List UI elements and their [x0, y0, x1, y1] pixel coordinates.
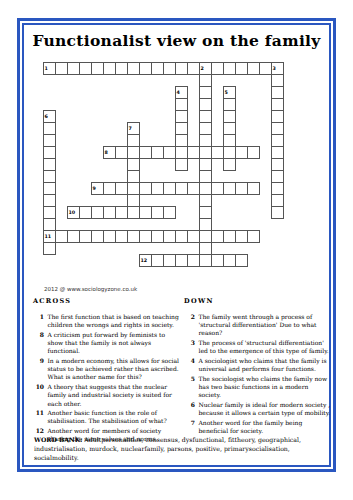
- empty-cell: [80, 123, 92, 135]
- grid-cell[interactable]: [224, 255, 236, 267]
- empty-cell: [176, 195, 188, 207]
- grid-cell[interactable]: [92, 231, 104, 243]
- grid-cell[interactable]: [272, 87, 284, 99]
- grid-cell[interactable]: [200, 87, 212, 99]
- grid-cell[interactable]: [176, 231, 188, 243]
- grid-cell[interactable]: [188, 183, 200, 195]
- empty-cell: [260, 219, 272, 231]
- empty-cell: [248, 111, 260, 123]
- empty-cell: [104, 99, 116, 111]
- empty-cell: [152, 111, 164, 123]
- empty-cell: [92, 195, 104, 207]
- empty-cell: [92, 111, 104, 123]
- grid-cell[interactable]: [164, 207, 176, 219]
- grid-cell[interactable]: 2: [200, 63, 212, 75]
- empty-cell: [68, 171, 80, 183]
- empty-cell: [80, 183, 92, 195]
- empty-cell: [212, 243, 224, 255]
- empty-cell: [164, 111, 176, 123]
- grid-cell[interactable]: [236, 255, 248, 267]
- grid-cell[interactable]: [44, 123, 56, 135]
- grid-cell[interactable]: [200, 159, 212, 171]
- worksheet-page: Functionalist view on the family 1234567…: [22, 23, 331, 467]
- copyright-text: 2012 @ www.sociologyzone.co.uk: [44, 286, 137, 292]
- clue-number-label: 7: [184, 419, 195, 435]
- grid-cell[interactable]: [152, 183, 164, 195]
- grid-cell[interactable]: [140, 183, 152, 195]
- empty-cell: [152, 99, 164, 111]
- empty-cell: [116, 159, 128, 171]
- empty-cell: [260, 159, 272, 171]
- empty-cell: [164, 195, 176, 207]
- empty-cell: [68, 75, 80, 87]
- grid-cell[interactable]: [212, 255, 224, 267]
- grid-cell[interactable]: [176, 183, 188, 195]
- empty-cell: [92, 75, 104, 87]
- word-bank: WORD BANK: Adultpersonalities, consensus…: [34, 435, 331, 462]
- grid-cell[interactable]: [200, 231, 212, 243]
- empty-cell: [92, 171, 104, 183]
- grid-cell[interactable]: [272, 159, 284, 171]
- grid-cell[interactable]: [224, 159, 236, 171]
- empty-cell: [128, 255, 140, 267]
- empty-cell: [68, 195, 80, 207]
- empty-cell: [236, 195, 248, 207]
- grid-cell[interactable]: [128, 135, 140, 147]
- grid-cell[interactable]: [128, 207, 140, 219]
- grid-cell[interactable]: [224, 183, 236, 195]
- empty-cell: [152, 123, 164, 135]
- grid-cell[interactable]: [44, 171, 56, 183]
- empty-cell: [176, 207, 188, 219]
- empty-cell: [140, 99, 152, 111]
- grid-cell[interactable]: [200, 147, 212, 159]
- grid-cell[interactable]: [140, 207, 152, 219]
- grid-cell[interactable]: [92, 63, 104, 75]
- empty-cell: [80, 111, 92, 123]
- empty-cell: [260, 207, 272, 219]
- down-clues: DOWN 2The family went through a process …: [184, 297, 331, 445]
- grid-cell[interactable]: [200, 75, 212, 87]
- grid-cell[interactable]: 11: [44, 231, 56, 243]
- grid-cell[interactable]: [200, 183, 212, 195]
- grid-cell[interactable]: [128, 147, 140, 159]
- clue-number-label: 6: [184, 401, 195, 417]
- grid-cell[interactable]: [260, 63, 272, 75]
- empty-cell: [56, 99, 68, 111]
- grid-cell[interactable]: [44, 219, 56, 231]
- empty-cell: [128, 243, 140, 255]
- grid-cell[interactable]: [44, 195, 56, 207]
- clue-text: Another basic function is the role of st…: [48, 409, 181, 425]
- grid-cell[interactable]: [164, 231, 176, 243]
- empty-cell: [164, 75, 176, 87]
- grid-cell[interactable]: [56, 63, 68, 75]
- empty-cell: [152, 135, 164, 147]
- empty-cell: [140, 111, 152, 123]
- grid-cell[interactable]: [212, 183, 224, 195]
- grid-cell[interactable]: [176, 147, 188, 159]
- empty-cell: [68, 123, 80, 135]
- grid-cell[interactable]: [164, 255, 176, 267]
- empty-cell: [116, 111, 128, 123]
- empty-cell: [140, 135, 152, 147]
- grid-cell[interactable]: [128, 195, 140, 207]
- empty-cell: [140, 195, 152, 207]
- grid-cell[interactable]: [128, 231, 140, 243]
- clue-number-label: 11: [33, 409, 44, 425]
- grid-cell[interactable]: 1: [44, 63, 56, 75]
- empty-cell: [188, 87, 200, 99]
- grid-cell[interactable]: [80, 231, 92, 243]
- empty-cell: [104, 195, 116, 207]
- clue-text: In a modern economy, this allows for soc…: [48, 357, 181, 382]
- empty-cell: [260, 243, 272, 255]
- empty-cell: [212, 195, 224, 207]
- grid-cell[interactable]: [176, 255, 188, 267]
- grid-cell[interactable]: [128, 171, 140, 183]
- grid-cell[interactable]: [224, 111, 236, 123]
- empty-cell: [260, 231, 272, 243]
- grid-cell[interactable]: [104, 183, 116, 195]
- empty-cell: [56, 219, 68, 231]
- grid-cell[interactable]: 3: [272, 63, 284, 75]
- empty-cell: [140, 159, 152, 171]
- grid-cell[interactable]: [200, 219, 212, 231]
- grid-cell[interactable]: [200, 171, 212, 183]
- empty-cell: [80, 171, 92, 183]
- empty-cell: [188, 243, 200, 255]
- empty-cell: [104, 111, 116, 123]
- grid-cell[interactable]: [152, 255, 164, 267]
- empty-cell: [212, 135, 224, 147]
- empty-cell: [188, 111, 200, 123]
- empty-cell: [272, 255, 284, 267]
- empty-cell: [68, 255, 80, 267]
- empty-cell: [104, 159, 116, 171]
- word-bank-label: WORD BANK:: [34, 436, 82, 443]
- empty-cell: [224, 207, 236, 219]
- empty-cell: [128, 111, 140, 123]
- empty-cell: [56, 195, 68, 207]
- empty-cell: [164, 135, 176, 147]
- empty-cell: [224, 243, 236, 255]
- grid-cell[interactable]: [128, 159, 140, 171]
- grid-cell[interactable]: [164, 147, 176, 159]
- crossword-grid: 123456789101112: [43, 62, 284, 267]
- empty-cell: [260, 255, 272, 267]
- empty-cell: [176, 243, 188, 255]
- clue-across-1: 1The first function that is based on tea…: [33, 313, 180, 329]
- empty-cell: [56, 123, 68, 135]
- empty-cell: [56, 147, 68, 159]
- grid-cell[interactable]: [68, 63, 80, 75]
- grid-cell[interactable]: [68, 231, 80, 243]
- grid-cell[interactable]: [236, 231, 248, 243]
- clue-number-label: 8: [33, 331, 44, 356]
- empty-cell: [260, 75, 272, 87]
- empty-cell: [116, 243, 128, 255]
- empty-cell: [128, 87, 140, 99]
- grid-cell[interactable]: [152, 63, 164, 75]
- grid-cell[interactable]: [140, 231, 152, 243]
- grid-cell[interactable]: [224, 147, 236, 159]
- grid-cell[interactable]: [104, 63, 116, 75]
- grid-cell[interactable]: [248, 147, 260, 159]
- empty-cell: [272, 231, 284, 243]
- empty-cell: [116, 219, 128, 231]
- grid-cell[interactable]: [272, 171, 284, 183]
- empty-cell: [272, 243, 284, 255]
- clue-number: 2: [200, 66, 211, 72]
- empty-cell: [152, 195, 164, 207]
- grid-cell[interactable]: [116, 183, 128, 195]
- empty-cell: [236, 171, 248, 183]
- empty-cell: [56, 159, 68, 171]
- empty-cell: [80, 159, 92, 171]
- empty-cell: [104, 135, 116, 147]
- clue-text: Nuclear family is ideal for modern socie…: [199, 401, 332, 417]
- empty-cell: [68, 183, 80, 195]
- empty-cell: [176, 75, 188, 87]
- empty-cell: [248, 87, 260, 99]
- grid-cell[interactable]: [92, 207, 104, 219]
- empty-cell: [212, 219, 224, 231]
- grid-cell[interactable]: 12: [140, 255, 152, 267]
- grid-cell[interactable]: 7: [128, 123, 140, 135]
- clue-number-label: 3: [184, 339, 195, 355]
- empty-cell: [56, 171, 68, 183]
- grid-cell[interactable]: [200, 123, 212, 135]
- empty-cell: [188, 75, 200, 87]
- clue-number: 7: [128, 126, 139, 132]
- grid-cell[interactable]: [176, 63, 188, 75]
- grid-cell[interactable]: 5: [224, 87, 236, 99]
- grid-cell[interactable]: [176, 159, 188, 171]
- grid-cell[interactable]: [236, 147, 248, 159]
- clue-down-6: 6Nuclear family is ideal for modern soci…: [184, 401, 331, 417]
- grid-cell[interactable]: [80, 63, 92, 75]
- grid-cell[interactable]: [200, 99, 212, 111]
- empty-cell: [248, 243, 260, 255]
- empty-cell: [212, 207, 224, 219]
- empty-cell: [248, 159, 260, 171]
- empty-cell: [224, 75, 236, 87]
- clue-across-10: 10A theory that suggests that the nuclea…: [33, 383, 180, 408]
- grid-cell[interactable]: [44, 207, 56, 219]
- grid-cell[interactable]: [140, 147, 152, 159]
- empty-cell: [92, 255, 104, 267]
- grid-cell[interactable]: [272, 111, 284, 123]
- grid-cell[interactable]: [128, 63, 140, 75]
- grid-cell[interactable]: [176, 99, 188, 111]
- clue-number-label: 9: [33, 357, 44, 382]
- empty-cell: [104, 87, 116, 99]
- empty-cell: [68, 135, 80, 147]
- grid-cell[interactable]: [44, 183, 56, 195]
- empty-cell: [152, 159, 164, 171]
- clue-down-4: 4A sociologist who claims that the famil…: [184, 357, 331, 373]
- empty-cell: [260, 195, 272, 207]
- grid-cell[interactable]: [188, 255, 200, 267]
- clue-number-label: 2: [184, 313, 195, 338]
- grid-cell[interactable]: [272, 183, 284, 195]
- grid-cell[interactable]: [104, 207, 116, 219]
- grid-cell[interactable]: 8: [104, 147, 116, 159]
- clue-number-label: 5: [184, 375, 195, 400]
- grid-cell[interactable]: [152, 231, 164, 243]
- grid-cell[interactable]: [248, 231, 260, 243]
- grid-cell[interactable]: [104, 231, 116, 243]
- grid-cell[interactable]: [116, 147, 128, 159]
- grid-cell[interactable]: [152, 207, 164, 219]
- clue-down-5: 5The sociologist who claims the family n…: [184, 375, 331, 400]
- grid-cell[interactable]: [212, 231, 224, 243]
- grid-cell[interactable]: [44, 159, 56, 171]
- grid-cell[interactable]: [80, 207, 92, 219]
- clue-number: 1: [44, 66, 55, 72]
- grid-cell[interactable]: [236, 183, 248, 195]
- empty-cell: [248, 207, 260, 219]
- clue-text: A sociologist who claims that the family…: [199, 357, 332, 373]
- grid-cell[interactable]: [212, 147, 224, 159]
- empty-cell: [188, 135, 200, 147]
- empty-cell: [80, 147, 92, 159]
- empty-cell: [56, 135, 68, 147]
- empty-cell: [80, 219, 92, 231]
- grid-cell[interactable]: [152, 147, 164, 159]
- grid-cell[interactable]: 6: [44, 111, 56, 123]
- clue-text: A criticism put forward by feminists to …: [48, 331, 181, 356]
- clue-text: The first function that is based on teac…: [48, 313, 181, 329]
- grid-cell[interactable]: [272, 195, 284, 207]
- empty-cell: [92, 99, 104, 111]
- empty-cell: [68, 147, 80, 159]
- empty-cell: [92, 147, 104, 159]
- grid-cell[interactable]: [272, 207, 284, 219]
- grid-cell[interactable]: 9: [92, 183, 104, 195]
- grid-cell[interactable]: [248, 63, 260, 75]
- empty-cell: [140, 87, 152, 99]
- grid-cell[interactable]: [224, 231, 236, 243]
- empty-cell: [164, 219, 176, 231]
- empty-cell: [260, 135, 272, 147]
- empty-cell: [248, 123, 260, 135]
- empty-cell: [152, 219, 164, 231]
- clue-down-2: 2The family went through a process of 's…: [184, 313, 331, 338]
- empty-cell: [248, 219, 260, 231]
- grid-cell[interactable]: [164, 183, 176, 195]
- grid-cell[interactable]: [116, 63, 128, 75]
- clue-number: 4: [176, 90, 187, 96]
- grid-cell[interactable]: [272, 147, 284, 159]
- empty-cell: [44, 255, 56, 267]
- grid-cell[interactable]: [212, 63, 224, 75]
- grid-cell[interactable]: [176, 123, 188, 135]
- grid-cell[interactable]: [224, 63, 236, 75]
- empty-cell: [104, 255, 116, 267]
- empty-cell: [248, 135, 260, 147]
- empty-cell: [140, 123, 152, 135]
- grid-cell[interactable]: [140, 63, 152, 75]
- grid-cell[interactable]: [200, 111, 212, 123]
- grid-cell[interactable]: [56, 231, 68, 243]
- grid-cell[interactable]: [164, 63, 176, 75]
- grid-cell[interactable]: [272, 123, 284, 135]
- grid-cell[interactable]: [44, 147, 56, 159]
- grid-cell[interactable]: [272, 99, 284, 111]
- grid-cell[interactable]: [176, 111, 188, 123]
- grid-cell[interactable]: [224, 99, 236, 111]
- grid-cell[interactable]: [200, 135, 212, 147]
- empty-cell: [212, 159, 224, 171]
- grid-cell[interactable]: [272, 75, 284, 87]
- grid-cell[interactable]: [236, 63, 248, 75]
- grid-cell[interactable]: [44, 135, 56, 147]
- grid-cell[interactable]: [188, 147, 200, 159]
- grid-cell[interactable]: [224, 123, 236, 135]
- empty-cell: [236, 243, 248, 255]
- empty-cell: [56, 207, 68, 219]
- grid-cell[interactable]: [44, 243, 56, 255]
- empty-cell: [164, 243, 176, 255]
- clue-number: 9: [92, 186, 103, 192]
- empty-cell: [212, 123, 224, 135]
- grid-cell[interactable]: [116, 231, 128, 243]
- empty-cell: [248, 75, 260, 87]
- empty-cell: [92, 87, 104, 99]
- empty-cell: [128, 219, 140, 231]
- empty-cell: [68, 111, 80, 123]
- grid-cell[interactable]: [200, 255, 212, 267]
- grid-cell[interactable]: 4: [176, 87, 188, 99]
- empty-cell: [56, 243, 68, 255]
- empty-cell: [212, 87, 224, 99]
- empty-cell: [140, 75, 152, 87]
- clue-text: The process of 'structural differentiati…: [199, 339, 332, 355]
- grid-cell[interactable]: [188, 63, 200, 75]
- grid-cell[interactable]: [116, 207, 128, 219]
- empty-cell: [248, 255, 260, 267]
- empty-cell: [236, 123, 248, 135]
- grid-cell[interactable]: [188, 231, 200, 243]
- empty-cell: [272, 219, 284, 231]
- empty-cell: [224, 219, 236, 231]
- grid-cell[interactable]: [248, 183, 260, 195]
- empty-cell: [116, 87, 128, 99]
- grid-cell[interactable]: [200, 195, 212, 207]
- empty-cell: [224, 171, 236, 183]
- empty-cell: [164, 87, 176, 99]
- clue-number: 12: [140, 258, 151, 264]
- grid-cell[interactable]: [128, 183, 140, 195]
- grid-cell[interactable]: [200, 243, 212, 255]
- grid-cell[interactable]: 10: [68, 207, 80, 219]
- grid-cell[interactable]: [176, 135, 188, 147]
- empty-cell: [68, 99, 80, 111]
- empty-cell: [92, 243, 104, 255]
- grid-cell[interactable]: [224, 135, 236, 147]
- empty-cell: [224, 195, 236, 207]
- empty-cell: [116, 75, 128, 87]
- clue-text: The family went through a process of 'st…: [199, 313, 332, 338]
- grid-cell[interactable]: [272, 135, 284, 147]
- empty-cell: [236, 207, 248, 219]
- empty-cell: [236, 135, 248, 147]
- empty-cell: [56, 87, 68, 99]
- empty-cell: [188, 195, 200, 207]
- grid-cell[interactable]: [200, 207, 212, 219]
